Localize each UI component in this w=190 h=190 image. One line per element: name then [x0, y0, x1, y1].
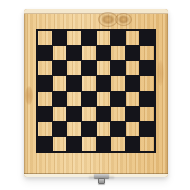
square-a6[interactable] [38, 61, 52, 75]
square-e1[interactable] [97, 137, 111, 151]
clasp-knob-icon [98, 178, 105, 184]
square-a5[interactable] [38, 76, 52, 90]
square-d7[interactable] [82, 46, 96, 60]
square-f7[interactable] [111, 46, 125, 60]
square-h5[interactable] [140, 76, 154, 90]
square-h7[interactable] [140, 46, 154, 60]
square-e2[interactable] [97, 122, 111, 136]
square-a8[interactable] [38, 31, 52, 45]
metal-clasp [93, 171, 110, 185]
square-b3[interactable] [53, 107, 67, 121]
square-g1[interactable] [126, 137, 140, 151]
square-f1[interactable] [111, 137, 125, 151]
square-f6[interactable] [111, 61, 125, 75]
chess-box-lid [24, 9, 168, 177]
square-b7[interactable] [53, 46, 67, 60]
square-e3[interactable] [97, 107, 111, 121]
square-g5[interactable] [126, 76, 140, 90]
square-h8[interactable] [140, 31, 154, 45]
square-b5[interactable] [53, 76, 67, 90]
square-e8[interactable] [97, 31, 111, 45]
square-c7[interactable] [67, 46, 81, 60]
square-h6[interactable] [140, 61, 154, 75]
square-d4[interactable] [82, 92, 96, 106]
square-d8[interactable] [82, 31, 96, 45]
chess-board [36, 29, 156, 153]
square-g6[interactable] [126, 61, 140, 75]
square-g2[interactable] [126, 122, 140, 136]
square-b2[interactable] [53, 122, 67, 136]
square-h1[interactable] [140, 137, 154, 151]
wood-knot [115, 13, 132, 26]
square-d2[interactable] [82, 122, 96, 136]
wood-knot [98, 12, 118, 27]
square-h2[interactable] [140, 122, 154, 136]
square-c2[interactable] [67, 122, 81, 136]
wood-knot [25, 86, 33, 105]
square-h4[interactable] [140, 92, 154, 106]
square-a2[interactable] [38, 122, 52, 136]
square-c1[interactable] [67, 137, 81, 151]
square-b4[interactable] [53, 92, 67, 106]
square-a3[interactable] [38, 107, 52, 121]
square-f8[interactable] [111, 31, 125, 45]
square-d6[interactable] [82, 61, 96, 75]
square-c4[interactable] [67, 92, 81, 106]
square-e6[interactable] [97, 61, 111, 75]
square-e7[interactable] [97, 46, 111, 60]
square-f5[interactable] [111, 76, 125, 90]
square-a4[interactable] [38, 92, 52, 106]
wood-knot [157, 60, 164, 86]
square-b6[interactable] [53, 61, 67, 75]
square-h3[interactable] [140, 107, 154, 121]
square-c3[interactable] [67, 107, 81, 121]
square-c6[interactable] [67, 61, 81, 75]
square-g7[interactable] [126, 46, 140, 60]
square-g3[interactable] [126, 107, 140, 121]
square-a7[interactable] [38, 46, 52, 60]
product-photo [0, 0, 190, 190]
square-e5[interactable] [97, 76, 111, 90]
square-f4[interactable] [111, 92, 125, 106]
square-f2[interactable] [111, 122, 125, 136]
square-d3[interactable] [82, 107, 96, 121]
square-a1[interactable] [38, 137, 52, 151]
square-e4[interactable] [97, 92, 111, 106]
square-g4[interactable] [126, 92, 140, 106]
square-f3[interactable] [111, 107, 125, 121]
square-d5[interactable] [82, 76, 96, 90]
square-b8[interactable] [53, 31, 67, 45]
square-d1[interactable] [82, 137, 96, 151]
square-c5[interactable] [67, 76, 81, 90]
box-top-edge [24, 9, 168, 14]
square-c8[interactable] [67, 31, 81, 45]
square-b1[interactable] [53, 137, 67, 151]
square-g8[interactable] [126, 31, 140, 45]
